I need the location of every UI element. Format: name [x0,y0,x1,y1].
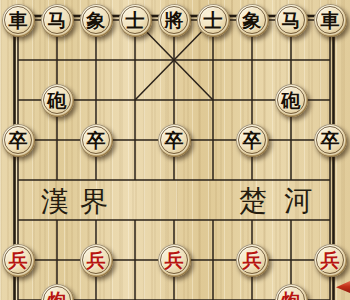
piece-glyph: 炮 [48,291,67,300]
piece-glyph: 兵 [165,251,184,270]
piece-black-soldier[interactable]: 卒 [158,124,191,157]
piece-red-soldier[interactable]: 兵 [158,244,191,277]
piece-glyph: 士 [126,11,145,30]
piece-black-chariot[interactable]: 車 [314,4,347,37]
piece-glyph: 將 [165,11,184,30]
piece-black-soldier[interactable]: 卒 [236,124,269,157]
piece-red-soldier[interactable]: 兵 [80,244,113,277]
piece-black-soldier[interactable]: 卒 [314,124,347,157]
piece-glyph: 卒 [243,131,262,150]
piece-black-chariot[interactable]: 車 [2,4,35,37]
piece-black-horse[interactable]: 马 [275,4,308,37]
piece-glyph: 士 [204,11,223,30]
piece-glyph: 兵 [9,251,28,270]
piece-glyph: 兵 [243,251,262,270]
river-label-chuhe: 楚河 [239,187,329,215]
piece-glyph: 砲 [48,91,67,110]
piece-glyph: 車 [9,11,28,30]
piece-red-soldier[interactable]: 兵 [314,244,347,277]
piece-black-general[interactable]: 將 [158,4,191,37]
piece-glyph: 象 [87,11,106,30]
piece-glyph: 象 [243,11,262,30]
piece-black-advisor[interactable]: 士 [197,4,230,37]
piece-black-horse[interactable]: 马 [41,4,74,37]
piece-black-cannon[interactable]: 砲 [275,84,308,117]
piece-glyph: 卒 [165,131,184,150]
piece-glyph: 炮 [282,291,301,300]
piece-red-soldier[interactable]: 兵 [236,244,269,277]
river-label-hanjie: 漢界 [41,188,119,216]
piece-red-soldier[interactable]: 兵 [2,244,35,277]
piece-glyph: 砲 [282,91,301,110]
piece-glyph: 車 [321,11,340,30]
piece-glyph: 卒 [87,131,106,150]
piece-black-advisor[interactable]: 士 [119,4,152,37]
xiangqi-board: 漢界 楚河 車马象士將士象马車砲砲卒卒卒卒卒兵兵兵兵兵炮炮 [0,0,350,300]
piece-glyph: 马 [48,11,67,30]
piece-glyph: 兵 [87,251,106,270]
piece-black-elephant[interactable]: 象 [80,4,113,37]
piece-black-soldier[interactable]: 卒 [2,124,35,157]
piece-glyph: 兵 [321,251,340,270]
piece-glyph: 马 [282,11,301,30]
piece-black-elephant[interactable]: 象 [236,4,269,37]
piece-glyph: 卒 [321,131,340,150]
piece-black-soldier[interactable]: 卒 [80,124,113,157]
piece-glyph: 卒 [9,131,28,150]
piece-black-cannon[interactable]: 砲 [41,84,74,117]
